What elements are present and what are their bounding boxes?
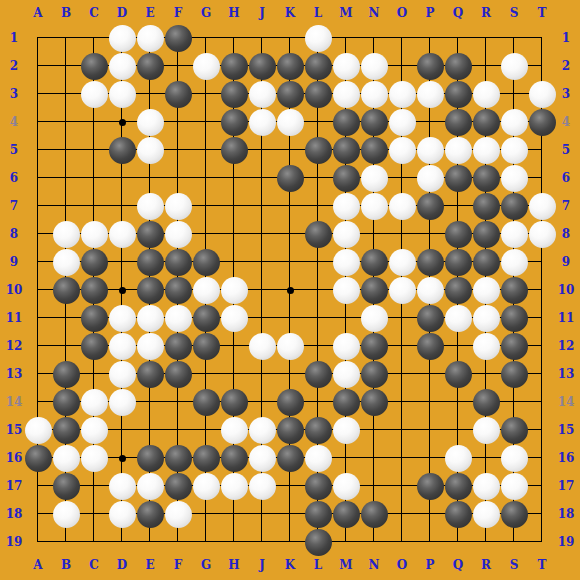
board-point[interactable]	[164, 332, 192, 360]
board-point[interactable]	[388, 192, 416, 220]
board-point[interactable]	[108, 220, 136, 248]
board-point[interactable]	[360, 332, 388, 360]
board-point[interactable]	[136, 388, 164, 416]
board-point[interactable]	[472, 304, 500, 332]
board-point[interactable]	[52, 52, 80, 80]
board-point[interactable]	[444, 528, 472, 556]
board-point[interactable]	[304, 248, 332, 276]
board-point[interactable]	[388, 52, 416, 80]
board-point[interactable]	[220, 80, 248, 108]
board-point[interactable]	[500, 332, 528, 360]
board-point[interactable]	[136, 80, 164, 108]
board-point[interactable]	[248, 80, 276, 108]
board-point[interactable]	[192, 304, 220, 332]
board-point[interactable]	[360, 220, 388, 248]
board-point[interactable]	[472, 24, 500, 52]
board-point[interactable]	[164, 220, 192, 248]
board-point[interactable]	[444, 164, 472, 192]
board-point[interactable]	[108, 276, 136, 304]
board-point[interactable]	[192, 472, 220, 500]
board-point[interactable]	[360, 528, 388, 556]
board-point[interactable]	[416, 220, 444, 248]
board-point[interactable]	[472, 108, 500, 136]
board-point[interactable]	[136, 108, 164, 136]
board-point[interactable]	[248, 500, 276, 528]
board-point[interactable]	[108, 52, 136, 80]
board-point[interactable]	[164, 24, 192, 52]
board-point[interactable]	[360, 136, 388, 164]
board-point[interactable]	[472, 332, 500, 360]
board-point[interactable]	[472, 500, 500, 528]
board-point[interactable]	[360, 108, 388, 136]
board-point[interactable]	[220, 416, 248, 444]
board-point[interactable]	[444, 472, 472, 500]
board-point[interactable]	[304, 528, 332, 556]
board-point[interactable]	[220, 500, 248, 528]
board-point[interactable]	[136, 248, 164, 276]
board-point[interactable]	[500, 528, 528, 556]
board-point[interactable]	[52, 248, 80, 276]
board-point[interactable]	[388, 388, 416, 416]
board-point[interactable]	[192, 388, 220, 416]
board-point[interactable]	[472, 416, 500, 444]
board-point[interactable]	[248, 416, 276, 444]
board-point[interactable]	[276, 472, 304, 500]
board-point[interactable]	[192, 416, 220, 444]
board-point[interactable]	[192, 360, 220, 388]
board-point[interactable]	[136, 444, 164, 472]
board-point[interactable]	[388, 528, 416, 556]
board-point[interactable]	[388, 108, 416, 136]
board-point[interactable]	[220, 276, 248, 304]
board-point[interactable]	[220, 164, 248, 192]
board-point[interactable]	[80, 444, 108, 472]
board-point[interactable]	[332, 248, 360, 276]
board-point[interactable]	[108, 164, 136, 192]
board-point[interactable]	[444, 248, 472, 276]
board-point[interactable]	[248, 136, 276, 164]
board-point[interactable]	[360, 192, 388, 220]
board-point[interactable]	[80, 248, 108, 276]
board-point[interactable]	[24, 472, 52, 500]
board-point[interactable]	[108, 24, 136, 52]
board-point[interactable]	[164, 52, 192, 80]
board-point[interactable]	[220, 220, 248, 248]
board-point[interactable]	[52, 80, 80, 108]
board-point[interactable]	[192, 192, 220, 220]
board-point[interactable]	[80, 108, 108, 136]
board-point[interactable]	[52, 360, 80, 388]
board-point[interactable]	[444, 220, 472, 248]
board-point[interactable]	[388, 80, 416, 108]
board-point[interactable]	[80, 360, 108, 388]
board-point[interactable]	[164, 360, 192, 388]
board-point[interactable]	[500, 24, 528, 52]
board-point[interactable]	[108, 444, 136, 472]
board-point[interactable]	[444, 416, 472, 444]
board-point[interactable]	[416, 136, 444, 164]
board-point[interactable]	[444, 276, 472, 304]
board-point[interactable]	[332, 192, 360, 220]
board-point[interactable]	[444, 80, 472, 108]
board-point[interactable]	[332, 360, 360, 388]
board-point[interactable]	[360, 444, 388, 472]
board-point[interactable]	[416, 528, 444, 556]
board-point[interactable]	[276, 52, 304, 80]
board-point[interactable]	[220, 472, 248, 500]
board-point[interactable]	[472, 528, 500, 556]
board-point[interactable]	[276, 416, 304, 444]
board-point[interactable]	[220, 52, 248, 80]
board-point[interactable]	[304, 444, 332, 472]
board-point[interactable]	[52, 472, 80, 500]
board-point[interactable]	[248, 332, 276, 360]
board-point[interactable]	[52, 444, 80, 472]
board-point[interactable]	[500, 220, 528, 248]
board-point[interactable]	[24, 444, 52, 472]
board-point[interactable]	[416, 276, 444, 304]
go-board[interactable]: ABCDEFGHJKLMNOPQRST ABCDEFGHJKLMNOPQRST …	[0, 0, 580, 580]
board-point[interactable]	[276, 276, 304, 304]
board-point[interactable]	[108, 528, 136, 556]
board-point[interactable]	[136, 500, 164, 528]
board-point[interactable]	[220, 24, 248, 52]
board-point[interactable]	[192, 80, 220, 108]
board-point[interactable]	[500, 388, 528, 416]
board-point[interactable]	[136, 164, 164, 192]
board-point[interactable]	[276, 192, 304, 220]
board-point[interactable]	[24, 360, 52, 388]
board-point[interactable]	[248, 472, 276, 500]
board-point[interactable]	[248, 24, 276, 52]
board-point[interactable]	[304, 304, 332, 332]
board-point[interactable]	[24, 136, 52, 164]
board-point[interactable]	[444, 332, 472, 360]
board-point[interactable]	[416, 192, 444, 220]
board-point[interactable]	[304, 472, 332, 500]
board-point[interactable]	[108, 136, 136, 164]
board-point[interactable]	[164, 108, 192, 136]
board-point[interactable]	[472, 192, 500, 220]
board-point[interactable]	[24, 388, 52, 416]
board-point[interactable]	[304, 332, 332, 360]
board-point[interactable]	[416, 52, 444, 80]
board-point[interactable]	[500, 472, 528, 500]
board-point[interactable]	[136, 52, 164, 80]
board-point[interactable]	[220, 304, 248, 332]
board-point[interactable]	[164, 416, 192, 444]
board-point[interactable]	[24, 304, 52, 332]
board-point[interactable]	[416, 164, 444, 192]
board-point[interactable]	[136, 472, 164, 500]
board-point[interactable]	[276, 304, 304, 332]
board-point[interactable]	[248, 276, 276, 304]
board-point[interactable]	[332, 304, 360, 332]
board-point[interactable]	[416, 248, 444, 276]
board-point[interactable]	[192, 500, 220, 528]
board-point[interactable]	[136, 192, 164, 220]
board-point[interactable]	[24, 108, 52, 136]
board-point[interactable]	[276, 388, 304, 416]
board-point[interactable]	[80, 528, 108, 556]
board-point[interactable]	[304, 388, 332, 416]
board-point[interactable]	[136, 304, 164, 332]
board-point[interactable]	[24, 80, 52, 108]
board-point[interactable]	[136, 528, 164, 556]
board-point[interactable]	[192, 220, 220, 248]
board-point[interactable]	[388, 500, 416, 528]
board-point[interactable]	[136, 136, 164, 164]
board-point[interactable]	[416, 388, 444, 416]
board-point[interactable]	[192, 52, 220, 80]
board-point[interactable]	[304, 164, 332, 192]
board-point[interactable]	[388, 472, 416, 500]
board-point[interactable]	[80, 500, 108, 528]
board-point[interactable]	[304, 360, 332, 388]
board-point[interactable]	[444, 108, 472, 136]
board-point[interactable]	[500, 500, 528, 528]
board-point[interactable]	[500, 276, 528, 304]
board-point[interactable]	[164, 388, 192, 416]
board-point[interactable]	[248, 304, 276, 332]
board-point[interactable]	[276, 136, 304, 164]
board-point[interactable]	[80, 24, 108, 52]
board-point[interactable]	[192, 276, 220, 304]
board-point[interactable]	[108, 108, 136, 136]
board-point[interactable]	[52, 528, 80, 556]
board-point[interactable]	[164, 80, 192, 108]
board-point[interactable]	[220, 528, 248, 556]
board-point[interactable]	[416, 304, 444, 332]
board-point[interactable]	[108, 248, 136, 276]
board-point[interactable]	[500, 108, 528, 136]
board-point[interactable]	[220, 360, 248, 388]
board-point[interactable]	[444, 500, 472, 528]
board-point[interactable]	[388, 360, 416, 388]
board-point[interactable]	[388, 416, 416, 444]
board-point[interactable]	[276, 332, 304, 360]
board-point[interactable]	[332, 276, 360, 304]
board-point[interactable]	[304, 52, 332, 80]
board-point[interactable]	[332, 24, 360, 52]
board-point[interactable]	[248, 52, 276, 80]
board-point[interactable]	[248, 248, 276, 276]
board-point[interactable]	[416, 444, 444, 472]
board-point[interactable]	[416, 24, 444, 52]
board-point[interactable]	[164, 472, 192, 500]
board-point[interactable]	[164, 164, 192, 192]
board-point[interactable]	[416, 500, 444, 528]
board-point[interactable]	[444, 24, 472, 52]
board-point[interactable]	[52, 416, 80, 444]
board-point[interactable]	[500, 444, 528, 472]
board-point[interactable]	[136, 24, 164, 52]
board-point[interactable]	[248, 220, 276, 248]
board-point[interactable]	[24, 332, 52, 360]
board-point[interactable]	[24, 192, 52, 220]
board-point[interactable]	[164, 304, 192, 332]
board-point[interactable]	[332, 164, 360, 192]
board-point[interactable]	[164, 136, 192, 164]
board-point[interactable]	[164, 276, 192, 304]
board-point[interactable]	[276, 360, 304, 388]
board-point[interactable]	[304, 416, 332, 444]
board-point[interactable]	[52, 220, 80, 248]
board-point[interactable]	[248, 360, 276, 388]
board-point[interactable]	[164, 500, 192, 528]
board-point[interactable]	[472, 80, 500, 108]
board-point[interactable]	[248, 164, 276, 192]
board-point[interactable]	[52, 276, 80, 304]
board-point[interactable]	[360, 164, 388, 192]
board-point[interactable]	[108, 304, 136, 332]
board-point[interactable]	[388, 24, 416, 52]
board-point[interactable]	[192, 444, 220, 472]
board-point[interactable]	[220, 248, 248, 276]
board-point[interactable]	[52, 164, 80, 192]
board-point[interactable]	[360, 276, 388, 304]
board-point[interactable]	[472, 52, 500, 80]
board-point[interactable]	[276, 248, 304, 276]
board-point[interactable]	[332, 472, 360, 500]
board-point[interactable]	[360, 248, 388, 276]
board-point[interactable]	[164, 192, 192, 220]
board-point[interactable]	[164, 248, 192, 276]
board-point[interactable]	[220, 444, 248, 472]
board-point[interactable]	[388, 276, 416, 304]
board-point[interactable]	[108, 80, 136, 108]
board-point[interactable]	[388, 332, 416, 360]
board-point[interactable]	[360, 24, 388, 52]
board-point[interactable]	[444, 192, 472, 220]
board-point[interactable]	[276, 24, 304, 52]
board-point[interactable]	[416, 416, 444, 444]
board-point[interactable]	[164, 444, 192, 472]
board-point[interactable]	[360, 52, 388, 80]
board-point[interactable]	[52, 332, 80, 360]
board-point[interactable]	[80, 276, 108, 304]
board-point[interactable]	[332, 528, 360, 556]
board-point[interactable]	[164, 528, 192, 556]
board-point[interactable]	[192, 332, 220, 360]
board-point[interactable]	[80, 136, 108, 164]
board-point[interactable]	[360, 500, 388, 528]
board-point[interactable]	[332, 108, 360, 136]
board-point[interactable]	[304, 24, 332, 52]
board-point[interactable]	[472, 136, 500, 164]
board-point[interactable]	[388, 164, 416, 192]
board-point[interactable]	[108, 500, 136, 528]
board-point[interactable]	[24, 248, 52, 276]
board-point[interactable]	[444, 136, 472, 164]
board-point[interactable]	[444, 304, 472, 332]
board-point[interactable]	[80, 52, 108, 80]
board-point[interactable]	[304, 276, 332, 304]
board-point[interactable]	[52, 108, 80, 136]
board-point[interactable]	[80, 388, 108, 416]
board-point[interactable]	[192, 164, 220, 192]
board-point[interactable]	[52, 136, 80, 164]
board-point[interactable]	[52, 24, 80, 52]
board-point[interactable]	[220, 332, 248, 360]
board-point[interactable]	[276, 108, 304, 136]
board-point[interactable]	[24, 164, 52, 192]
board-point[interactable]	[24, 276, 52, 304]
board-point[interactable]	[500, 164, 528, 192]
board-point[interactable]	[80, 192, 108, 220]
board-point[interactable]	[360, 80, 388, 108]
board-point[interactable]	[52, 304, 80, 332]
board-point[interactable]	[360, 472, 388, 500]
board-point[interactable]	[332, 444, 360, 472]
board-point[interactable]	[136, 332, 164, 360]
board-point[interactable]	[24, 416, 52, 444]
board-point[interactable]	[304, 192, 332, 220]
board-point[interactable]	[136, 360, 164, 388]
board-point[interactable]	[192, 528, 220, 556]
board-point[interactable]	[360, 416, 388, 444]
board-point[interactable]	[52, 388, 80, 416]
board-point[interactable]	[80, 472, 108, 500]
board-point[interactable]	[360, 304, 388, 332]
board-point[interactable]	[444, 388, 472, 416]
board-point[interactable]	[304, 108, 332, 136]
board-point[interactable]	[276, 500, 304, 528]
board-point[interactable]	[24, 220, 52, 248]
board-point[interactable]	[416, 108, 444, 136]
board-point[interactable]	[500, 360, 528, 388]
board-point[interactable]	[472, 164, 500, 192]
board-point[interactable]	[472, 276, 500, 304]
board-point[interactable]	[136, 416, 164, 444]
board-point[interactable]	[136, 276, 164, 304]
board-point[interactable]	[220, 136, 248, 164]
board-point[interactable]	[472, 248, 500, 276]
board-point[interactable]	[276, 528, 304, 556]
board-point[interactable]	[332, 388, 360, 416]
board-point[interactable]	[332, 136, 360, 164]
board-point[interactable]	[192, 136, 220, 164]
board-point[interactable]	[416, 80, 444, 108]
board-point[interactable]	[388, 304, 416, 332]
board-point[interactable]	[192, 24, 220, 52]
board-point[interactable]	[80, 220, 108, 248]
board-point[interactable]	[276, 444, 304, 472]
board-point[interactable]	[248, 388, 276, 416]
board-point[interactable]	[24, 528, 52, 556]
board-point[interactable]	[192, 248, 220, 276]
board-point[interactable]	[444, 52, 472, 80]
board-point[interactable]	[388, 220, 416, 248]
board-point[interactable]	[24, 52, 52, 80]
board-point[interactable]	[388, 136, 416, 164]
board-point[interactable]	[304, 136, 332, 164]
board-point[interactable]	[192, 108, 220, 136]
board-point[interactable]	[248, 192, 276, 220]
board-point[interactable]	[444, 444, 472, 472]
board-point[interactable]	[360, 388, 388, 416]
board-point[interactable]	[80, 304, 108, 332]
board-point[interactable]	[220, 108, 248, 136]
board-point[interactable]	[220, 192, 248, 220]
board-point[interactable]	[332, 220, 360, 248]
board-point[interactable]	[500, 304, 528, 332]
board-point[interactable]	[472, 388, 500, 416]
board-point[interactable]	[304, 80, 332, 108]
board-point[interactable]	[52, 192, 80, 220]
board-point[interactable]	[304, 500, 332, 528]
board-point[interactable]	[248, 528, 276, 556]
